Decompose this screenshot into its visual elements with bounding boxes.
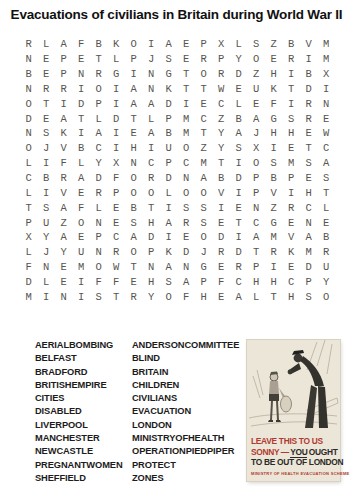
grid-cell-r17c16: C xyxy=(283,275,301,290)
grid-cell-r6c5: L xyxy=(90,111,108,126)
grid-cell-r16c11: G xyxy=(195,260,213,275)
grid-cell-r16c5: O xyxy=(90,260,108,275)
grid-cell-r4c3: R xyxy=(55,82,73,97)
grid-cell-r4c1: N xyxy=(20,82,38,97)
grid-cell-r16c16: E xyxy=(283,260,301,275)
poster-line-1: LEAVE THIS TO US xyxy=(251,436,337,447)
grid-cell-r14c9: I xyxy=(160,230,178,245)
grid-cell-r8c15: I xyxy=(265,141,283,156)
word-list-item: NEWCASTLE xyxy=(35,445,132,458)
grid-cell-r3c7: I xyxy=(125,67,143,82)
grid-cell-r14c7: A xyxy=(125,230,143,245)
grid-cell-r15c18: R xyxy=(318,245,336,260)
grid-cell-r6c13: B xyxy=(230,111,248,126)
grid-cell-r7c8: A xyxy=(143,126,161,141)
grid-cell-r18c17: S xyxy=(300,289,318,304)
grid-cell-r5c6: I xyxy=(108,96,126,111)
grid-cell-r1c5: B xyxy=(90,37,108,52)
grid-cell-r2c16: R xyxy=(283,52,301,67)
grid-cell-r6c14: A xyxy=(248,111,266,126)
word-list-item: CITIES xyxy=(35,392,132,405)
grid-cell-r1c10: E xyxy=(178,37,196,52)
grid-cell-r4c7: A xyxy=(125,82,143,97)
grid-cell-r5c10: I xyxy=(178,96,196,111)
grid-cell-r6c12: Z xyxy=(213,111,231,126)
grid-cell-r1c15: Z xyxy=(265,37,283,52)
grid-cell-r12c6: E xyxy=(108,200,126,215)
grid-cell-r17c18: Y xyxy=(318,275,336,290)
grid-cell-r5c17: R xyxy=(300,96,318,111)
grid-cell-r9c12: T xyxy=(213,156,231,171)
grid-cell-r9c17: S xyxy=(300,156,318,171)
grid-cell-r5c13: L xyxy=(230,96,248,111)
grid-cell-r18c5: S xyxy=(90,289,108,304)
grid-cell-r7c16: H xyxy=(283,126,301,141)
grid-cell-r11c4: E xyxy=(73,185,91,200)
grid-cell-r5c16: I xyxy=(283,96,301,111)
grid-cell-r10c16: P xyxy=(283,171,301,186)
grid-cell-r3c15: H xyxy=(265,67,283,82)
grid-cell-r18c13: A xyxy=(230,289,248,304)
worksheet-page: Evacuations of civilians in Britain duri… xyxy=(0,0,353,500)
grid-cell-r12c17: C xyxy=(300,200,318,215)
grid-cell-r1c13: L xyxy=(230,37,248,52)
grid-cell-r4c2: R xyxy=(38,82,56,97)
grid-cell-r16c9: A xyxy=(160,260,178,275)
grid-cell-r6c6: D xyxy=(108,111,126,126)
grid-cell-r5c18: N xyxy=(318,96,336,111)
grid-cell-r14c12: D xyxy=(213,230,231,245)
grid-cell-r10c2: B xyxy=(38,171,56,186)
grid-cell-r1c12: X xyxy=(213,37,231,52)
grid-cell-r13c7: S xyxy=(125,215,143,230)
grid-cell-r8c3: V xyxy=(55,141,73,156)
grid-cell-r12c16: R xyxy=(283,200,301,215)
grid-cell-r14c11: O xyxy=(195,230,213,245)
word-list-item: BLIND xyxy=(132,352,250,365)
grid-cell-r10c5: D xyxy=(90,171,108,186)
grid-cell-r13c11: S xyxy=(195,215,213,230)
grid-cell-r15c9: K xyxy=(160,245,178,260)
grid-cell-r2c4: E xyxy=(73,52,91,67)
grid-cell-r9c14: O xyxy=(248,156,266,171)
grid-cell-r13c10: R xyxy=(178,215,196,230)
grid-cell-r7c5: A xyxy=(90,126,108,141)
grid-cell-r9c7: N xyxy=(125,156,143,171)
grid-cell-r10c17: E xyxy=(300,171,318,186)
grid-cell-r8c2: J xyxy=(38,141,56,156)
grid-cell-r9c15: S xyxy=(265,156,283,171)
grid-cell-r10c18: S xyxy=(318,171,336,186)
grid-cell-r1c6: K xyxy=(108,37,126,52)
grid-cell-r12c12: I xyxy=(213,200,231,215)
grid-cell-r15c4: U xyxy=(73,245,91,260)
grid-cell-r6c1: D xyxy=(20,111,38,126)
grid-cell-r17c12: F xyxy=(213,275,231,290)
word-list-item: PROTECT xyxy=(132,459,250,472)
grid-cell-r10c9: D xyxy=(160,171,178,186)
grid-cell-r5c14: E xyxy=(248,96,266,111)
grid-cell-r8c9: U xyxy=(160,141,178,156)
word-list-item: BRITAIN xyxy=(132,366,250,379)
grid-cell-r14c13: I xyxy=(230,230,248,245)
grid-cell-r4c4: I xyxy=(73,82,91,97)
grid-cell-r3c3: P xyxy=(55,67,73,82)
grid-cell-r18c3: N xyxy=(55,289,73,304)
grid-cell-r12c5: L xyxy=(90,200,108,215)
grid-cell-r6c9: P xyxy=(160,111,178,126)
grid-cell-r14c2: Y xyxy=(38,230,56,245)
grid-cell-r1c11: P xyxy=(195,37,213,52)
grid-cell-r2c3: P xyxy=(55,52,73,67)
grid-cell-r3c18: X xyxy=(318,67,336,82)
grid-cell-r8c18: C xyxy=(318,141,336,156)
grid-cell-r17c9: S xyxy=(160,275,178,290)
grid-cell-r7c2: S xyxy=(38,126,56,141)
grid-cell-r2c18: M xyxy=(318,52,336,67)
grid-cell-r11c6: P xyxy=(108,185,126,200)
grid-cell-r16c1: F xyxy=(20,260,38,275)
grid-cell-r15c1: L xyxy=(20,245,38,260)
grid-cell-r1c7: O xyxy=(125,37,143,52)
grid-cell-r12c9: I xyxy=(160,200,178,215)
grid-cell-r16c18: U xyxy=(318,260,336,275)
grid-cell-r15c16: K xyxy=(283,245,301,260)
grid-cell-r15c6: R xyxy=(108,245,126,260)
grid-cell-r3c10: T xyxy=(178,67,196,82)
grid-cell-r3c11: O xyxy=(195,67,213,82)
grid-cell-r16c6: W xyxy=(108,260,126,275)
grid-cell-r4c12: W xyxy=(213,82,231,97)
grid-cell-r1c16: B xyxy=(283,37,301,52)
grid-cell-r8c8: I xyxy=(143,141,161,156)
grid-cell-r12c8: T xyxy=(143,200,161,215)
grid-cell-r15c13: D xyxy=(230,245,248,260)
grid-cell-r18c7: R xyxy=(125,289,143,304)
grid-cell-r2c15: E xyxy=(265,52,283,67)
grid-cell-r18c6: T xyxy=(108,289,126,304)
grid-cell-r8c10: O xyxy=(178,141,196,156)
grid-cell-r16c10: N xyxy=(178,260,196,275)
grid-cell-r2c9: S xyxy=(160,52,178,67)
grid-cell-r18c9: O xyxy=(160,289,178,304)
grid-cell-r5c3: I xyxy=(55,96,73,111)
word-list-item: CHILDREN xyxy=(132,379,250,392)
grid-cell-r11c9: L xyxy=(160,185,178,200)
page-title: Evacuations of civilians in Britain duri… xyxy=(0,7,353,22)
grid-cell-r1c17: V xyxy=(300,37,318,52)
grid-cell-r11c10: O xyxy=(178,185,196,200)
grid-cell-r18c1: M xyxy=(20,289,38,304)
grid-cell-r16c13: R xyxy=(230,260,248,275)
grid-cell-r3c13: D xyxy=(230,67,248,82)
grid-cell-r1c8: I xyxy=(143,37,161,52)
grid-cell-r9c4: L xyxy=(73,156,91,171)
grid-cell-r12c3: A xyxy=(55,200,73,215)
grid-cell-r12c14: N xyxy=(248,200,266,215)
grid-cell-r12c18: L xyxy=(318,200,336,215)
grid-cell-r3c2: E xyxy=(38,67,56,82)
grid-cell-r5c2: T xyxy=(38,96,56,111)
grid-cell-r17c11: P xyxy=(195,275,213,290)
grid-cell-r17c4: I xyxy=(73,275,91,290)
grid-cell-r11c3: V xyxy=(55,185,73,200)
grid-cell-r5c5: P xyxy=(90,96,108,111)
grid-cell-r13c16: E xyxy=(283,215,301,230)
grid-cell-r8c1: O xyxy=(20,141,38,156)
grid-cell-r11c14: P xyxy=(248,185,266,200)
grid-cell-r3c4: N xyxy=(73,67,91,82)
grid-cell-r11c11: O xyxy=(195,185,213,200)
grid-cell-r16c7: T xyxy=(125,260,143,275)
word-list-column-1: AERIALBOMBINGBELFASTBRADFORDBRITISHEMPIR… xyxy=(35,339,132,485)
grid-cell-r13c12: E xyxy=(213,215,231,230)
grid-cell-r1c4: F xyxy=(73,37,91,52)
word-list-item: BELFAST xyxy=(35,352,132,365)
grid-cell-r6c2: E xyxy=(38,111,56,126)
grid-cell-r18c16: H xyxy=(283,289,301,304)
poster-you-underlined: YOU xyxy=(290,447,307,458)
grid-cell-r17c1: D xyxy=(20,275,38,290)
grid-cell-r5c7: A xyxy=(125,96,143,111)
grid-cell-r2c10: E xyxy=(178,52,196,67)
word-list-item: DISABLED xyxy=(35,405,132,418)
grid-cell-r18c12: E xyxy=(213,289,231,304)
grid-cell-r10c7: O xyxy=(125,171,143,186)
grid-cell-r5c12: C xyxy=(213,96,231,111)
grid-cell-r4c13: E xyxy=(230,82,248,97)
grid-cell-r14c18: B xyxy=(318,230,336,245)
grid-cell-r15c8: P xyxy=(143,245,161,260)
grid-cell-r8c13: S xyxy=(230,141,248,156)
grid-cell-r3c5: R xyxy=(90,67,108,82)
grid-cell-r16c3: E xyxy=(55,260,73,275)
grid-cell-r6c8: L xyxy=(143,111,161,126)
poster-text: LEAVE THIS TO US SONNY — YOU OUGHT TO BE… xyxy=(251,436,337,476)
grid-cell-r4c17: D xyxy=(300,82,318,97)
grid-cell-r9c8: C xyxy=(143,156,161,171)
grid-cell-r3c9: G xyxy=(160,67,178,82)
grid-cell-r13c17: N xyxy=(300,215,318,230)
grid-cell-r2c5: T xyxy=(90,52,108,67)
grid-cell-r12c15: Z xyxy=(265,200,283,215)
grid-cell-r17c17: P xyxy=(300,275,318,290)
grid-cell-r5c1: O xyxy=(20,96,38,111)
grid-cell-r18c11: H xyxy=(195,289,213,304)
grid-cell-r15c15: R xyxy=(265,245,283,260)
grid-cell-r14c3: A xyxy=(55,230,73,245)
grid-cell-r16c14: P xyxy=(248,260,266,275)
grid-cell-r8c7: H xyxy=(125,141,143,156)
grid-cell-r1c2: L xyxy=(38,37,56,52)
grid-cell-r17c14: H xyxy=(248,275,266,290)
grid-cell-r10c15: B xyxy=(265,171,283,186)
poster-illustration xyxy=(247,340,340,435)
word-list-item: LONDON xyxy=(132,419,250,432)
word-list-item: CIVILIANS xyxy=(132,392,250,405)
grid-cell-r13c3: Z xyxy=(55,215,73,230)
grid-cell-r2c11: R xyxy=(195,52,213,67)
grid-cell-r14c17: A xyxy=(300,230,318,245)
grid-cell-r14c4: E xyxy=(73,230,91,245)
grid-cell-r6c18: E xyxy=(318,111,336,126)
grid-cell-r14c8: D xyxy=(143,230,161,245)
grid-cell-r16c15: I xyxy=(265,260,283,275)
grid-cell-r13c5: N xyxy=(90,215,108,230)
grid-cell-r10c4: A xyxy=(73,171,91,186)
grid-cell-r8c14: X xyxy=(248,141,266,156)
grid-cell-r17c8: H xyxy=(143,275,161,290)
grid-cell-r3c12: R xyxy=(213,67,231,82)
grid-cell-r18c18: O xyxy=(318,289,336,304)
grid-cell-r15c10: D xyxy=(178,245,196,260)
grid-cell-r6c7: T xyxy=(125,111,143,126)
grid-cell-r14c5: P xyxy=(90,230,108,245)
word-list-item: LIVERPOOL xyxy=(35,419,132,432)
grid-cell-r12c7: B xyxy=(125,200,143,215)
grid-cell-r10c10: N xyxy=(178,171,196,186)
grid-cell-r3c6: G xyxy=(108,67,126,82)
grid-cell-r15c2: J xyxy=(38,245,56,260)
grid-cell-r9c9: P xyxy=(160,156,178,171)
grid-cell-r17c2: L xyxy=(38,275,56,290)
grid-cell-r11c16: I xyxy=(283,185,301,200)
grid-cell-r11c8: O xyxy=(143,185,161,200)
grid-cell-r10c13: D xyxy=(230,171,248,186)
grid-cell-r7c10: M xyxy=(178,126,196,141)
grid-cell-r13c1: P xyxy=(20,215,38,230)
grid-cell-r9c18: A xyxy=(318,156,336,171)
grid-cell-r14c14: A xyxy=(248,230,266,245)
grid-cell-r17c6: F xyxy=(108,275,126,290)
grid-cell-r3c8: N xyxy=(143,67,161,82)
grid-cell-r18c14: L xyxy=(248,289,266,304)
grid-cell-r6c3: A xyxy=(55,111,73,126)
grid-cell-r4c15: K xyxy=(265,82,283,97)
grid-cell-r16c8: N xyxy=(143,260,161,275)
grid-cell-r16c17: D xyxy=(300,260,318,275)
grid-cell-r6c17: R xyxy=(300,111,318,126)
grid-cell-r14c16: V xyxy=(283,230,301,245)
grid-cell-r4c8: N xyxy=(143,82,161,97)
grid-cell-r13c4: O xyxy=(73,215,91,230)
word-list-item: ZONES xyxy=(132,472,250,485)
grid-cell-r9c11: M xyxy=(195,156,213,171)
grid-cell-r8c11: Z xyxy=(195,141,213,156)
grid-cell-r6c15: G xyxy=(265,111,283,126)
grid-cell-r11c7: O xyxy=(125,185,143,200)
grid-cell-r13c14: C xyxy=(248,215,266,230)
grid-cell-r12c10: S xyxy=(178,200,196,215)
word-list-item: PREGNANTWOMEN xyxy=(35,459,132,472)
grid-cell-r13c2: U xyxy=(38,215,56,230)
word-list: AERIALBOMBINGBELFASTBRADFORDBRITISHEMPIR… xyxy=(35,339,250,485)
grid-cell-r4c6: I xyxy=(108,82,126,97)
grid-cell-r11c1: L xyxy=(20,185,38,200)
grid-cell-r7c3: K xyxy=(55,126,73,141)
grid-cell-r2c13: Y xyxy=(230,52,248,67)
grid-cell-r1c14: S xyxy=(248,37,266,52)
grid-cell-r18c2: I xyxy=(38,289,56,304)
grid-cell-r2c12: P xyxy=(213,52,231,67)
grid-cell-r12c11: S xyxy=(195,200,213,215)
evacuation-poster: LEAVE THIS TO US SONNY — YOU OUGHT TO BE… xyxy=(247,340,340,481)
grid-cell-r4c9: K xyxy=(160,82,178,97)
grid-cell-r17c15: H xyxy=(265,275,283,290)
grid-cell-r16c12: E xyxy=(213,260,231,275)
grid-cell-r2c7: P xyxy=(125,52,143,67)
grid-cell-r5c9: D xyxy=(160,96,178,111)
grid-cell-r18c10: F xyxy=(178,289,196,304)
grid-cell-r11c5: R xyxy=(90,185,108,200)
word-list-column-2: ANDERSONCOMMITTEEBLINDBRITAINCHILDRENCIV… xyxy=(132,339,250,485)
grid-cell-r4c5: O xyxy=(90,82,108,97)
grid-cell-r7c6: I xyxy=(108,126,126,141)
grid-cell-r10c11: A xyxy=(195,171,213,186)
grid-cell-r7c14: J xyxy=(248,126,266,141)
grid-cell-r10c1: C xyxy=(20,171,38,186)
grid-cell-r12c13: E xyxy=(230,200,248,215)
grid-cell-r9c16: M xyxy=(283,156,301,171)
word-list-item: OPERATIONPIEDPIPER xyxy=(132,445,250,458)
grid-cell-r7c9: B xyxy=(160,126,178,141)
grid-cell-r11c15: V xyxy=(265,185,283,200)
grid-cell-r7c12: Y xyxy=(213,126,231,141)
poster-line-2: SONNY — YOU OUGHT xyxy=(251,447,337,458)
grid-cell-r15c17: M xyxy=(300,245,318,260)
grid-cell-r8c5: C xyxy=(90,141,108,156)
grid-cell-r13c13: T xyxy=(230,215,248,230)
word-list-item: SHEFFIELD xyxy=(35,472,132,485)
grid-cell-r15c12: R xyxy=(213,245,231,260)
grid-cell-r15c3: Y xyxy=(55,245,73,260)
grid-cell-r9c3: F xyxy=(55,156,73,171)
grid-cell-r6c4: T xyxy=(73,111,91,126)
word-list-item: MANCHESTER xyxy=(35,432,132,445)
grid-cell-r2c14: O xyxy=(248,52,266,67)
grid-cell-r2c17: I xyxy=(300,52,318,67)
word-list-item: MINISTRYOFHEALTH xyxy=(132,432,250,445)
grid-cell-r8c4: B xyxy=(73,141,91,156)
grid-cell-r15c7: O xyxy=(125,245,143,260)
grid-cell-r15c11: J xyxy=(195,245,213,260)
grid-cell-r4c14: U xyxy=(248,82,266,97)
grid-cell-r7c11: T xyxy=(195,126,213,141)
grid-cell-r12c4: F xyxy=(73,200,91,215)
grid-cell-r2c2: E xyxy=(38,52,56,67)
grid-cell-r10c3: R xyxy=(55,171,73,186)
grid-cell-r15c14: T xyxy=(248,245,266,260)
poster-ought: OUGHT xyxy=(307,447,337,457)
grid-cell-r17c7: E xyxy=(125,275,143,290)
grid-cell-r17c13: C xyxy=(230,275,248,290)
grid-cell-r9c13: I xyxy=(230,156,248,171)
grid-cell-r7c4: I xyxy=(73,126,91,141)
grid-cell-r8c6: I xyxy=(108,141,126,156)
grid-cell-r10c6: F xyxy=(108,171,126,186)
grid-cell-r9c6: X xyxy=(108,156,126,171)
grid-cell-r4c18: I xyxy=(318,82,336,97)
grid-cell-r10c12: B xyxy=(213,171,231,186)
grid-cell-r18c4: I xyxy=(73,289,91,304)
grid-cell-r11c12: V xyxy=(213,185,231,200)
grid-cell-r12c1: T xyxy=(20,200,38,215)
grid-cell-r7c7: E xyxy=(125,126,143,141)
grid-cell-r2c8: J xyxy=(143,52,161,67)
grid-cell-r14c1: X xyxy=(20,230,38,245)
grid-cell-r7c18: W xyxy=(318,126,336,141)
grid-cell-r11c18: T xyxy=(318,185,336,200)
